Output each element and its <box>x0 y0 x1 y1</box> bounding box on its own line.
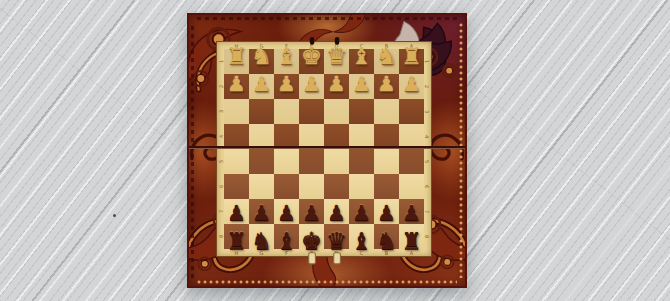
bead-border-right <box>459 23 463 278</box>
square-g7[interactable]: ♟ <box>249 199 274 224</box>
square-d1[interactable]: ♛ <box>324 49 349 74</box>
square-g3[interactable] <box>249 99 274 124</box>
stitch-border-left <box>191 23 194 278</box>
square-f5[interactable] <box>274 149 299 174</box>
square-d8[interactable]: ♛ <box>324 224 349 249</box>
black-bishop[interactable]: ♝ <box>273 228 301 256</box>
square-c3[interactable] <box>349 99 374 124</box>
black-pawn[interactable]: ♟ <box>299 201 324 226</box>
square-g1[interactable]: ♞ <box>249 49 274 74</box>
square-a3[interactable] <box>399 99 424 124</box>
black-pawn[interactable]: ♟ <box>249 201 274 226</box>
square-e1[interactable]: ♚ <box>299 49 324 74</box>
black-pawn[interactable]: ♟ <box>224 201 249 226</box>
floor-speck <box>113 214 116 217</box>
square-c5[interactable] <box>349 149 374 174</box>
square-g6[interactable] <box>249 174 274 199</box>
white-king[interactable]: ♚ <box>298 43 326 71</box>
hinge-seam <box>189 146 465 149</box>
square-f3[interactable] <box>274 99 299 124</box>
square-f7[interactable]: ♟ <box>274 199 299 224</box>
white-bishop[interactable]: ♝ <box>273 43 301 71</box>
square-e5[interactable] <box>299 149 324 174</box>
white-knight[interactable]: ♞ <box>248 43 276 71</box>
black-pawn[interactable]: ♟ <box>399 201 424 226</box>
square-b3[interactable] <box>374 99 399 124</box>
white-rook[interactable]: ♜ <box>398 43 426 71</box>
black-pawn[interactable]: ♟ <box>349 201 374 226</box>
square-b8[interactable]: ♞ <box>374 224 399 249</box>
white-pawn[interactable]: ♟ <box>224 72 249 97</box>
square-d5[interactable] <box>324 149 349 174</box>
square-a5[interactable] <box>399 149 424 174</box>
square-a7[interactable]: ♟ <box>399 199 424 224</box>
square-c8[interactable]: ♝ <box>349 224 374 249</box>
carved-chess-box: ♜♞♝♚♛♝♞♜♟♟♟♟♟♟♟♟♟♟♟♟♟♟♟♟♜♞♝♚♛♝♞♜ 1122334… <box>187 13 467 288</box>
black-pawn[interactable]: ♟ <box>374 201 399 226</box>
white-pawn[interactable]: ♟ <box>374 72 399 97</box>
square-h1[interactable]: ♜ <box>224 49 249 74</box>
black-queen[interactable]: ♛ <box>323 228 351 256</box>
square-b6[interactable] <box>374 174 399 199</box>
black-king[interactable]: ♚ <box>298 228 326 256</box>
square-g2[interactable]: ♟ <box>249 74 274 99</box>
white-queen[interactable]: ♛ <box>323 43 351 71</box>
square-a2[interactable]: ♟ <box>399 74 424 99</box>
square-c2[interactable]: ♟ <box>349 74 374 99</box>
square-h7[interactable]: ♟ <box>224 199 249 224</box>
square-f2[interactable]: ♟ <box>274 74 299 99</box>
square-d2[interactable]: ♟ <box>324 74 349 99</box>
black-rook[interactable]: ♜ <box>398 228 426 256</box>
square-h5[interactable] <box>224 149 249 174</box>
square-e7[interactable]: ♟ <box>299 199 324 224</box>
white-pawn[interactable]: ♟ <box>324 72 349 97</box>
square-e8[interactable]: ♚ <box>299 224 324 249</box>
white-pawn[interactable]: ♟ <box>249 72 274 97</box>
square-h2[interactable]: ♟ <box>224 74 249 99</box>
black-knight[interactable]: ♞ <box>373 228 401 256</box>
board-frame: ♜♞♝♚♛♝♞♜♟♟♟♟♟♟♟♟♟♟♟♟♟♟♟♟♜♞♝♚♛♝♞♜ 1122334… <box>217 42 431 256</box>
black-rook[interactable]: ♜ <box>223 228 251 256</box>
square-d6[interactable] <box>324 174 349 199</box>
white-pawn[interactable]: ♟ <box>399 72 424 97</box>
black-knight[interactable]: ♞ <box>248 228 276 256</box>
square-f6[interactable] <box>274 174 299 199</box>
square-b5[interactable] <box>374 149 399 174</box>
square-e6[interactable] <box>299 174 324 199</box>
square-e2[interactable]: ♟ <box>299 74 324 99</box>
square-a8[interactable]: ♜ <box>399 224 424 249</box>
square-h8[interactable]: ♜ <box>224 224 249 249</box>
square-c7[interactable]: ♟ <box>349 199 374 224</box>
white-rook[interactable]: ♜ <box>223 43 251 71</box>
square-d3[interactable] <box>324 99 349 124</box>
white-knight[interactable]: ♞ <box>373 43 401 71</box>
square-g5[interactable] <box>249 149 274 174</box>
square-h3[interactable] <box>224 99 249 124</box>
square-f1[interactable]: ♝ <box>274 49 299 74</box>
square-b1[interactable]: ♞ <box>374 49 399 74</box>
black-pawn[interactable]: ♟ <box>274 201 299 226</box>
square-h6[interactable] <box>224 174 249 199</box>
square-c1[interactable]: ♝ <box>349 49 374 74</box>
white-bishop[interactable]: ♝ <box>348 43 376 71</box>
white-pawn[interactable]: ♟ <box>349 72 374 97</box>
square-b7[interactable]: ♟ <box>374 199 399 224</box>
bead-border-bottom <box>197 280 457 284</box>
black-pawn[interactable]: ♟ <box>324 201 349 226</box>
square-f8[interactable]: ♝ <box>274 224 299 249</box>
stitch-border-top <box>197 17 457 20</box>
checkerboard: ♜♞♝♚♛♝♞♜♟♟♟♟♟♟♟♟♟♟♟♟♟♟♟♟♜♞♝♚♛♝♞♜ <box>224 49 424 249</box>
square-e3[interactable] <box>299 99 324 124</box>
black-bishop[interactable]: ♝ <box>348 228 376 256</box>
white-pawn[interactable]: ♟ <box>299 72 324 97</box>
square-g8[interactable]: ♞ <box>249 224 274 249</box>
square-a6[interactable] <box>399 174 424 199</box>
square-d7[interactable]: ♟ <box>324 199 349 224</box>
square-c6[interactable] <box>349 174 374 199</box>
square-b2[interactable]: ♟ <box>374 74 399 99</box>
square-a1[interactable]: ♜ <box>399 49 424 74</box>
white-pawn[interactable]: ♟ <box>274 72 299 97</box>
